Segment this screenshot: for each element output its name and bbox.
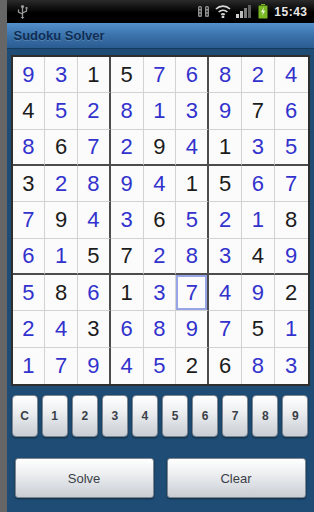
sudoku-cell-r9c5[interactable]: 5 [144,348,177,384]
keypad-digit-9-button[interactable]: 9 [282,395,308,437]
keypad-digit-5-button[interactable]: 5 [162,395,188,437]
clear-button[interactable]: Clear [167,458,306,498]
sudoku-cell-r2c8[interactable]: 7 [242,93,275,129]
sudoku-cell-r9c7[interactable]: 6 [209,348,242,384]
sudoku-cell-r3c6[interactable]: 4 [176,130,209,166]
sudoku-cell-r2c1[interactable]: 4 [13,93,46,129]
sudoku-cell-r2c4[interactable]: 8 [111,93,144,129]
sudoku-cell-r1c8[interactable]: 2 [242,57,275,93]
sudoku-cell-r5c8[interactable]: 1 [242,202,275,238]
sudoku-cell-r9c2[interactable]: 7 [45,348,78,384]
sudoku-board: 9315768244528139768672941353289415677943… [11,55,310,386]
sudoku-cell-r2c5[interactable]: 1 [144,93,177,129]
sudoku-cell-r9c8[interactable]: 8 [242,348,275,384]
sudoku-cell-r8c7[interactable]: 7 [209,311,242,347]
sudoku-cell-r3c1[interactable]: 8 [13,130,46,166]
keypad-digit-3-button[interactable]: 3 [102,395,128,437]
sudoku-cell-r5c2[interactable]: 9 [45,202,78,238]
sudoku-cell-r7c7[interactable]: 4 [209,275,242,311]
sudoku-cell-r9c6[interactable]: 2 [176,348,209,384]
sudoku-cell-r5c4[interactable]: 3 [111,202,144,238]
status-bar: 15:43 [7,0,314,23]
sudoku-cell-r3c4[interactable]: 2 [111,130,144,166]
sudoku-cell-r7c8[interactable]: 9 [242,275,275,311]
sudoku-cell-r5c9[interactable]: 8 [275,202,308,238]
sudoku-cell-r2c7[interactable]: 9 [209,93,242,129]
sudoku-cell-r6c3[interactable]: 5 [78,239,111,275]
title-bar: Sudoku Solver [7,23,314,49]
sudoku-cell-r7c9[interactable]: 2 [275,275,308,311]
wifi-icon [215,5,231,18]
sudoku-cell-r6c4[interactable]: 7 [111,239,144,275]
sudoku-cell-r7c3[interactable]: 6 [78,275,111,311]
sudoku-cell-r6c7[interactable]: 3 [209,239,242,275]
sudoku-cell-r6c5[interactable]: 2 [144,239,177,275]
sudoku-cell-r1c4[interactable]: 5 [111,57,144,93]
sudoku-cell-r1c7[interactable]: 8 [209,57,242,93]
keypad-digit-1-button[interactable]: 1 [42,395,68,437]
sudoku-cell-r3c8[interactable]: 3 [242,130,275,166]
sudoku-cell-r4c7[interactable]: 5 [209,166,242,202]
sudoku-cell-r6c9[interactable]: 9 [275,239,308,275]
sudoku-cell-r5c1[interactable]: 7 [13,202,46,238]
sudoku-cell-r8c5[interactable]: 8 [144,311,177,347]
sudoku-cell-r8c3[interactable]: 3 [78,311,111,347]
sudoku-cell-r7c4[interactable]: 1 [111,275,144,311]
keypad-digit-2-button[interactable]: 2 [72,395,98,437]
battery-charging-icon [258,4,268,19]
sudoku-cell-r6c1[interactable]: 6 [13,239,46,275]
usb-icon [17,4,28,19]
sudoku-cell-r1c3[interactable]: 1 [78,57,111,93]
sudoku-cell-r4c3[interactable]: 8 [78,166,111,202]
sudoku-solver-app: 15:43 Sudoku Solver 93157682445281397686… [7,0,314,512]
sudoku-cell-r1c1[interactable]: 9 [13,57,46,93]
sudoku-cell-r4c5[interactable]: 4 [144,166,177,202]
sudoku-cell-r2c6[interactable]: 3 [176,93,209,129]
sudoku-cell-r4c8[interactable]: 6 [242,166,275,202]
sudoku-cell-r5c3[interactable]: 4 [78,202,111,238]
action-buttons: Solve Clear [15,458,306,498]
sudoku-cell-r8c4[interactable]: 6 [111,311,144,347]
sudoku-cell-r2c2[interactable]: 5 [45,93,78,129]
sudoku-cell-r6c8[interactable]: 4 [242,239,275,275]
sudoku-cell-r1c2[interactable]: 3 [45,57,78,93]
sudoku-cell-r6c6[interactable]: 8 [176,239,209,275]
keypad-digit-8-button[interactable]: 8 [252,395,278,437]
sudoku-cell-r9c9[interactable]: 3 [275,348,308,384]
sudoku-cell-r5c5[interactable]: 6 [144,202,177,238]
status-clock: 15:43 [274,5,307,19]
keypad-digit-6-button[interactable]: 6 [192,395,218,437]
sudoku-cell-r1c5[interactable]: 7 [144,57,177,93]
sudoku-cell-r7c5[interactable]: 3 [144,275,177,311]
sudoku-cell-r8c8[interactable]: 5 [242,311,275,347]
sudoku-cell-r2c3[interactable]: 2 [78,93,111,129]
number-keypad: C123456789 [12,395,309,437]
sudoku-cell-r3c5[interactable]: 9 [144,130,177,166]
keypad-digit-4-button[interactable]: 4 [132,395,158,437]
sudoku-cell-r4c2[interactable]: 2 [45,166,78,202]
sudoku-cell-r5c7[interactable]: 2 [209,202,242,238]
sudoku-cell-r4c6[interactable]: 1 [176,166,209,202]
sudoku-cell-r6c2[interactable]: 1 [45,239,78,275]
sudoku-cell-r3c9[interactable]: 5 [275,130,308,166]
sudoku-cell-r8c9[interactable]: 1 [275,311,308,347]
sudoku-cell-r2c9[interactable]: 6 [275,93,308,129]
sudoku-cell-r4c1[interactable]: 3 [13,166,46,202]
sudoku-cell-r4c4[interactable]: 9 [111,166,144,202]
keypad-clear-cell-button[interactable]: C [12,395,38,437]
sudoku-cell-r9c3[interactable]: 9 [78,348,111,384]
app-title: Sudoku Solver [14,28,105,43]
keypad-digit-7-button[interactable]: 7 [222,395,248,437]
sudoku-cell-r4c9[interactable]: 7 [275,166,308,202]
solve-button[interactable]: Solve [15,458,154,498]
sudoku-cell-r8c6[interactable]: 9 [176,311,209,347]
sudoku-cell-r5c6[interactable]: 5 [176,202,209,238]
sudoku-cell-r7c2[interactable]: 8 [45,275,78,311]
usb-debugging-icon [197,5,210,18]
sudoku-cell-r8c1[interactable]: 2 [13,311,46,347]
sudoku-cell-r7c6[interactable]: 7 [176,275,209,311]
sudoku-cell-r8c2[interactable]: 4 [45,311,78,347]
sudoku-cell-r7c1[interactable]: 5 [13,275,46,311]
sudoku-cell-r3c2[interactable]: 6 [45,130,78,166]
sudoku-cell-r9c1[interactable]: 1 [13,348,46,384]
sudoku-cell-r3c7[interactable]: 1 [209,130,242,166]
sudoku-cell-r1c6[interactable]: 6 [176,57,209,93]
sudoku-cell-r1c9[interactable]: 4 [275,57,308,93]
sudoku-cell-r9c4[interactable]: 4 [111,348,144,384]
sudoku-cell-r3c3[interactable]: 7 [78,130,111,166]
signal-strength-icon [236,5,253,18]
